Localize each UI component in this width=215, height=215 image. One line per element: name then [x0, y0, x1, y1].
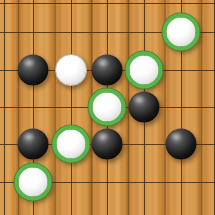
white-stone-winning — [52, 125, 89, 162]
black-stone — [92, 54, 123, 85]
black-stone — [18, 128, 49, 159]
black-stone — [128, 92, 159, 123]
white-stone-winning — [125, 51, 162, 88]
black-stone — [92, 128, 123, 159]
white-stone — [55, 54, 87, 86]
black-stone — [165, 128, 196, 159]
white-stone-winning — [89, 89, 126, 126]
white-stone-winning — [162, 14, 199, 51]
grid-line-horizontal — [0, 3, 215, 4]
black-stone — [18, 54, 49, 85]
white-stone-winning — [15, 164, 52, 201]
go-board[interactable] — [0, 0, 215, 215]
game-screen — [0, 0, 215, 215]
